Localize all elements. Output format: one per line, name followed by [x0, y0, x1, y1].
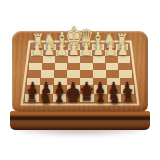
piece-white-pawn[interactable]: ♟	[81, 40, 92, 58]
piece-white-pawn[interactable]: ♟	[105, 40, 116, 58]
piece-black-knight[interactable]: ♞	[108, 88, 121, 106]
piece-black-bishop[interactable]: ♝	[53, 87, 66, 106]
piece-white-pawn[interactable]: ♟	[68, 40, 79, 58]
pieces-layer: ♜♞♝♚♛♝♞♜♟♟♟♟♟♟♟♟♟♟♟♟♟♟♟♟♜♞♝♚♛♝♞♜	[0, 0, 160, 160]
piece-black-queen[interactable]: ♛	[79, 84, 94, 105]
piece-black-knight[interactable]: ♞	[39, 88, 52, 106]
piece-white-pawn[interactable]: ♟	[32, 40, 43, 58]
piece-black-rook[interactable]: ♜	[122, 88, 134, 105]
piece-black-bishop[interactable]: ♝	[94, 87, 107, 106]
piece-white-pawn[interactable]: ♟	[117, 40, 128, 58]
piece-white-pawn[interactable]: ♟	[93, 40, 104, 58]
piece-white-pawn[interactable]: ♟	[56, 40, 67, 58]
piece-white-pawn[interactable]: ♟	[44, 40, 55, 58]
piece-black-rook[interactable]: ♜	[26, 88, 38, 105]
product-photo-scene: ♜♞♝♚♛♝♞♜♟♟♟♟♟♟♟♟♟♟♟♟♟♟♟♟♜♞♝♚♛♝♞♜	[0, 0, 160, 160]
